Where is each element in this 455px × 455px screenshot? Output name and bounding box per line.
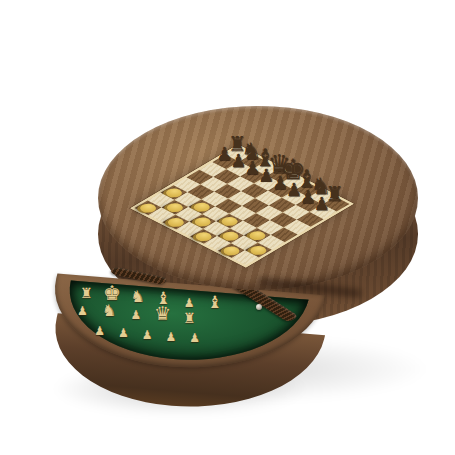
white-pawn: ♟ xyxy=(180,332,210,344)
white-pawn: ♟ xyxy=(67,305,97,317)
product-photo-chess-set: ♜♚♞♝♟♝♟♞♟♛♜♟♟♟♟♟ ♜♞♝♛♚♝♞♜♟♟♟♟♟♟♟♟ xyxy=(0,0,455,455)
drawer-knob xyxy=(256,304,262,310)
white-queen: ♛ xyxy=(148,304,178,323)
white-rook: ♜ xyxy=(174,311,204,325)
white-knight: ♞ xyxy=(94,303,124,319)
white-bishop: ♝ xyxy=(200,294,230,311)
white-pawn: ♟ xyxy=(121,309,151,321)
